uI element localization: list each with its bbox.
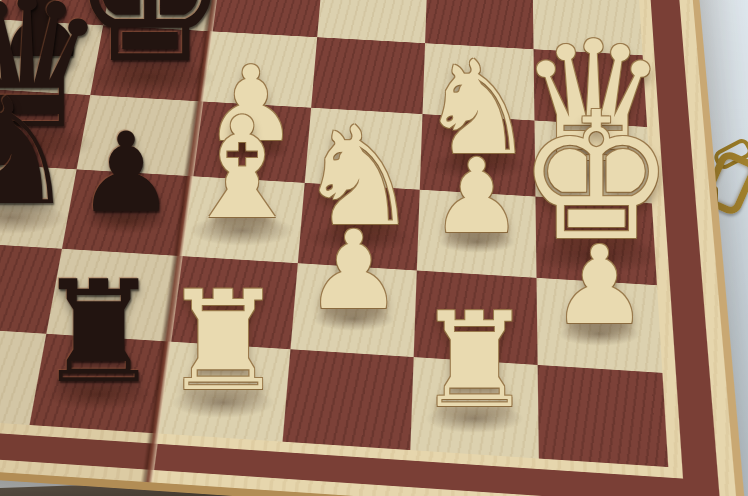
chess-photo-scene: ♝♟♚♛♟♞♛♞♟♝♞♟♚♟♟♜♜♜ [0, 0, 748, 496]
square-f1[interactable] [283, 349, 414, 450]
square-f6[interactable] [317, 0, 427, 43]
chess-piece-white-pawn[interactable]: ♟ [540, 232, 659, 340]
chess-piece-white-rook[interactable]: ♜ [402, 295, 546, 426]
chess-piece-white-rook[interactable]: ♜ [147, 273, 298, 411]
chess-piece-white-pawn[interactable]: ♟ [294, 217, 414, 326]
square-h1[interactable] [538, 365, 669, 467]
